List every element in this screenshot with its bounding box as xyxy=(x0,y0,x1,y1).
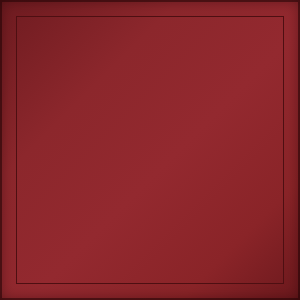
chess-board-frame xyxy=(0,0,300,300)
chess-board xyxy=(17,17,283,283)
file-labels xyxy=(17,283,283,300)
rank-labels xyxy=(0,17,17,283)
